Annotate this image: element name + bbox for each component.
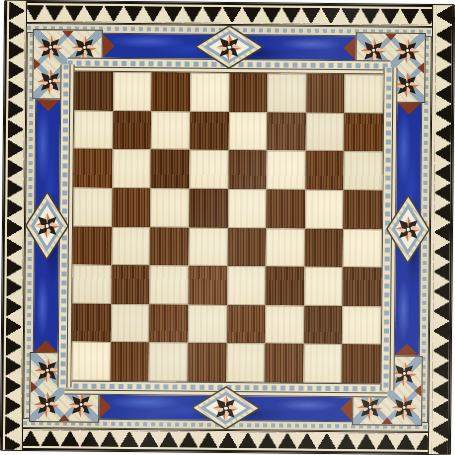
- square-d3[interactable]: [188, 266, 227, 305]
- mahogany-accent: [395, 344, 419, 356]
- square-e4[interactable]: [227, 228, 266, 267]
- square-d2[interactable]: [188, 304, 227, 343]
- square-d1[interactable]: [187, 343, 226, 382]
- square-f5[interactable]: [266, 189, 305, 228]
- square-b8[interactable]: [113, 72, 152, 111]
- sawtooth-border-right: [428, 5, 454, 454]
- eight-point-star-icon: [38, 69, 62, 93]
- star-medallion-left: [25, 191, 70, 261]
- square-h8[interactable]: [344, 74, 383, 113]
- eight-point-star-icon: [392, 396, 416, 420]
- square-g1[interactable]: [303, 344, 342, 383]
- square-b6[interactable]: [112, 149, 151, 188]
- square-f1[interactable]: [265, 344, 304, 383]
- eight-point-star-icon: [34, 213, 59, 238]
- square-f3[interactable]: [265, 266, 304, 305]
- square-h4[interactable]: [343, 229, 382, 268]
- eight-point-star-icon: [362, 38, 386, 62]
- eight-point-star-icon: [395, 73, 419, 97]
- star-center: [405, 226, 411, 232]
- star-center: [44, 223, 50, 229]
- eight-point-star-icon: [358, 395, 382, 419]
- star-center: [226, 44, 232, 50]
- square-e7[interactable]: [228, 112, 267, 151]
- chessboard-photo: [0, 0, 455, 455]
- square-c1[interactable]: [149, 343, 188, 382]
- eight-point-star-icon: [213, 395, 238, 420]
- chessboard: [1, 1, 454, 454]
- square-g8[interactable]: [306, 74, 345, 113]
- square-f6[interactable]: [266, 151, 305, 190]
- square-c8[interactable]: [151, 72, 190, 111]
- square-f4[interactable]: [266, 228, 305, 267]
- eight-point-star-icon: [73, 36, 97, 60]
- square-g4[interactable]: [304, 228, 343, 267]
- square-b1[interactable]: [110, 342, 149, 381]
- square-e6[interactable]: [228, 150, 267, 189]
- square-h2[interactable]: [342, 306, 381, 345]
- board-grid: [72, 72, 384, 384]
- eight-point-star-icon: [217, 34, 242, 59]
- square-a4[interactable]: [73, 226, 112, 265]
- square-a1[interactable]: [72, 342, 111, 381]
- square-f7[interactable]: [267, 112, 306, 151]
- mahogany-accent: [99, 395, 111, 419]
- square-d8[interactable]: [190, 73, 229, 112]
- eight-point-star-icon: [392, 362, 416, 386]
- square-e5[interactable]: [228, 189, 267, 228]
- square-c4[interactable]: [150, 227, 189, 266]
- square-h7[interactable]: [344, 113, 383, 152]
- star-medallion-top: [194, 25, 264, 70]
- mahogany-accent: [36, 99, 60, 111]
- star-medallion-right: [386, 194, 431, 264]
- square-c7[interactable]: [151, 111, 190, 150]
- mahogany-accent: [340, 397, 352, 421]
- square-d5[interactable]: [189, 189, 228, 228]
- eight-point-star-icon: [36, 358, 60, 382]
- square-h5[interactable]: [343, 190, 382, 229]
- square-b7[interactable]: [112, 111, 151, 150]
- square-g3[interactable]: [304, 267, 343, 306]
- mahogany-accent: [103, 34, 115, 58]
- square-e8[interactable]: [229, 73, 268, 112]
- square-g6[interactable]: [305, 151, 344, 190]
- square-c2[interactable]: [149, 304, 188, 343]
- square-f2[interactable]: [265, 305, 304, 344]
- mahogany-accent: [397, 103, 421, 115]
- square-a7[interactable]: [74, 110, 113, 149]
- square-h6[interactable]: [344, 151, 383, 190]
- square-e3[interactable]: [227, 266, 266, 305]
- square-c3[interactable]: [150, 265, 189, 304]
- square-c5[interactable]: [150, 188, 189, 227]
- square-d6[interactable]: [189, 150, 228, 189]
- square-g5[interactable]: [305, 190, 344, 229]
- sawtooth-border-bottom: [1, 428, 450, 454]
- square-g2[interactable]: [304, 305, 343, 344]
- square-f8[interactable]: [267, 73, 306, 112]
- square-b3[interactable]: [111, 265, 150, 304]
- mahogany-accent: [34, 340, 58, 352]
- star-medallion-bottom: [191, 386, 261, 431]
- square-d4[interactable]: [189, 227, 228, 266]
- eight-point-star-icon: [39, 35, 63, 59]
- square-b2[interactable]: [111, 304, 150, 343]
- square-e2[interactable]: [226, 305, 265, 344]
- square-a2[interactable]: [72, 303, 111, 342]
- square-a5[interactable]: [73, 187, 112, 226]
- square-h1[interactable]: [342, 344, 381, 383]
- eight-point-star-icon: [35, 392, 59, 416]
- eight-point-star-icon: [69, 392, 93, 416]
- mahogany-accent: [344, 36, 356, 60]
- square-c6[interactable]: [151, 150, 190, 189]
- eight-point-star-icon: [395, 217, 420, 242]
- square-a6[interactable]: [73, 149, 112, 188]
- square-d7[interactable]: [190, 111, 229, 150]
- square-a8[interactable]: [74, 72, 113, 111]
- square-a3[interactable]: [72, 265, 111, 304]
- eight-point-star-icon: [396, 39, 420, 63]
- square-e1[interactable]: [226, 343, 265, 382]
- square-g7[interactable]: [305, 112, 344, 151]
- square-h3[interactable]: [343, 267, 382, 306]
- square-b5[interactable]: [112, 188, 151, 227]
- square-b4[interactable]: [111, 226, 150, 265]
- star-center: [223, 405, 229, 411]
